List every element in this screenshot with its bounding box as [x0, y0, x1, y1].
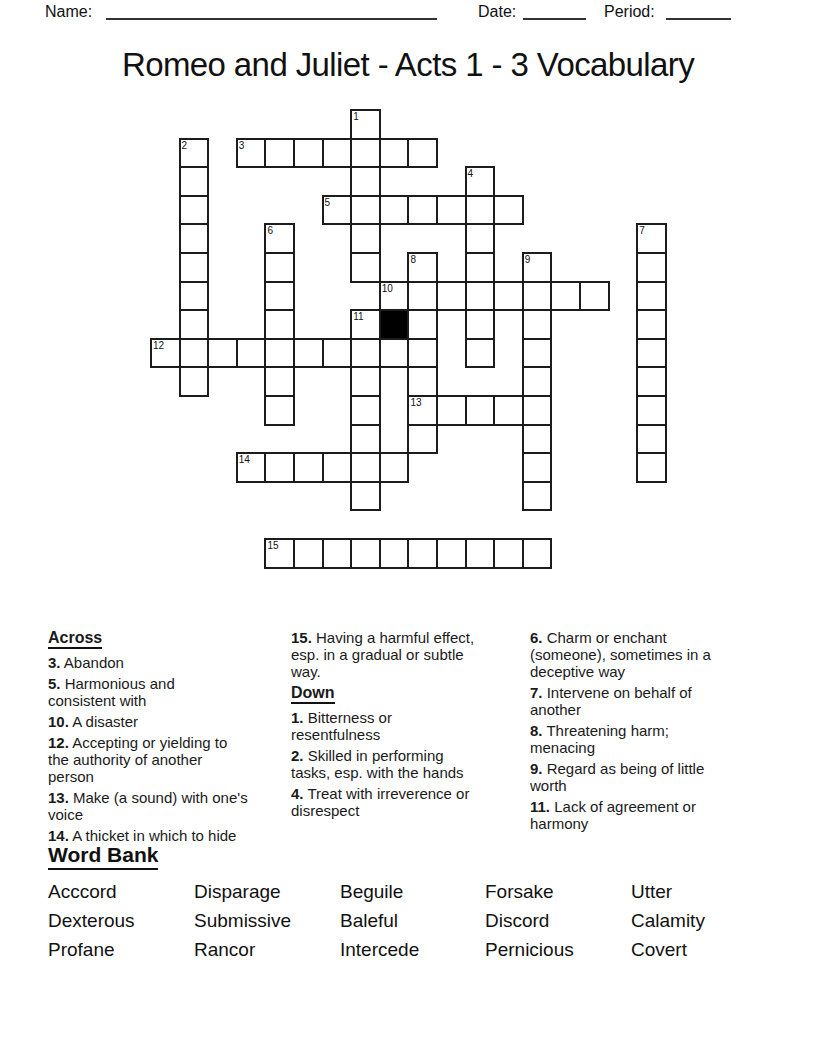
grid-cell[interactable]: [179, 366, 210, 397]
clue-item-text: Harmonious and consistent with: [48, 675, 175, 709]
grid-cell[interactable]: [522, 452, 553, 483]
clue-item-number: 15.: [291, 629, 312, 646]
word-bank-heading: Word Bank: [48, 843, 158, 870]
grid-cell[interactable]: [407, 138, 438, 169]
grid-cell[interactable]: [407, 538, 438, 569]
clue-item-number: 10.: [48, 713, 69, 730]
grid-cell[interactable]: [636, 452, 667, 483]
clue-number: 13: [410, 398, 421, 408]
grid-cell[interactable]: [350, 481, 381, 512]
clue-item: 10. A disaster: [48, 713, 280, 730]
clue-column-3: 6. Charm or enchant (someone), sometimes…: [530, 629, 762, 836]
grid-cell[interactable]: [350, 138, 381, 169]
grid-cell[interactable]: [522, 395, 553, 426]
grid-cell[interactable]: [407, 366, 438, 397]
clue-column-2: 15. Having a harmful effect, esp. in a g…: [291, 629, 523, 823]
clue-item: 8. Threatening harm; menacing: [530, 722, 762, 756]
clue-number: 15: [267, 541, 278, 551]
word-bank-word: Pernicious: [485, 935, 631, 964]
grid-cell[interactable]: [350, 366, 381, 397]
date-label: Date:: [478, 3, 516, 21]
grid-cell[interactable]: [493, 395, 524, 426]
word-bank-word: Rancor: [194, 935, 340, 964]
grid-cell[interactable]: [465, 395, 496, 426]
clue-number: 12: [153, 341, 164, 351]
grid-cell[interactable]: [379, 138, 410, 169]
period-label: Period:: [604, 3, 655, 21]
grid-cell[interactable]: [350, 395, 381, 426]
clue-item-number: 14.: [48, 827, 69, 844]
grid-cell[interactable]: [264, 452, 295, 483]
grid-cell[interactable]: [636, 338, 667, 369]
grid-cell[interactable]: [522, 309, 553, 340]
clue-item: 7. Intervene on behalf of another: [530, 684, 762, 718]
grid-cell[interactable]: [522, 366, 553, 397]
grid-cell[interactable]: [636, 281, 667, 312]
clue-item-number: 5.: [48, 675, 61, 692]
grid-cell[interactable]: [465, 338, 496, 369]
grid-cell[interactable]: [465, 281, 496, 312]
grid-cell[interactable]: [522, 424, 553, 455]
word-bank-word: Dexterous: [48, 906, 194, 935]
grid-cell[interactable]: [579, 281, 610, 312]
grid-cell[interactable]: [636, 395, 667, 426]
name-label: Name:: [45, 3, 92, 21]
clue-item-number: 4.: [291, 785, 304, 802]
grid-cell[interactable]: [350, 338, 381, 369]
word-bank-word: Submissive: [194, 906, 340, 935]
clue-item-number: 11.: [530, 798, 550, 815]
grid-cell[interactable]: [264, 395, 295, 426]
name-blank-line[interactable]: [106, 2, 437, 20]
grid-cell[interactable]: [264, 366, 295, 397]
clue-item-text: Accepting or yielding to the authority o…: [48, 734, 227, 785]
clue-item: 13. Make (a sound) with one's voice: [48, 789, 280, 823]
grid-cell[interactable]: [179, 338, 210, 369]
grid-cell[interactable]: [636, 424, 667, 455]
grid-cell[interactable]: [350, 452, 381, 483]
grid-cell[interactable]: [293, 338, 324, 369]
grid-cell[interactable]: [264, 281, 295, 312]
grid-cell[interactable]: [322, 452, 353, 483]
grid-cell[interactable]: [179, 195, 210, 226]
grid-cell[interactable]: [350, 166, 381, 197]
clue-item-number: 13.: [48, 789, 69, 806]
word-bank-word: Discord: [485, 906, 631, 935]
grid-cell[interactable]: [350, 538, 381, 569]
clue-item-text: Skilled in performing tasks, esp. with t…: [291, 747, 464, 781]
word-bank-word: Baleful: [340, 906, 485, 935]
grid-cell[interactable]: [322, 138, 353, 169]
clue-item-number: 3.: [48, 654, 61, 671]
grid-cell[interactable]: [322, 338, 353, 369]
worksheet-page: Name: Date: Period: Romeo and Juliet - A…: [0, 0, 816, 1056]
clue-item-text: Intervene on behalf of another: [530, 684, 692, 718]
grid-cell[interactable]: [350, 195, 381, 226]
clue-item: 5. Harmonious and consistent with: [48, 675, 280, 709]
clue-number: 11: [353, 312, 363, 322]
grid-cell[interactable]: [293, 452, 324, 483]
grid-cell[interactable]: [179, 223, 210, 254]
grid-cell[interactable]: [264, 252, 295, 283]
word-bank-word: Intercede: [340, 935, 485, 964]
grid-cell-black: [379, 309, 410, 340]
clue-item: 11. Lack of agreement or harmony: [530, 798, 762, 832]
grid-cell[interactable]: [350, 223, 381, 254]
grid-cell[interactable]: [293, 538, 324, 569]
grid-cell[interactable]: [436, 395, 467, 426]
grid-cell[interactable]: [407, 281, 438, 312]
grid-cell[interactable]: [493, 281, 524, 312]
clue-item: 3. Abandon: [48, 654, 280, 671]
word-bank-word: Profane: [48, 935, 194, 964]
grid-cell[interactable]: [379, 338, 410, 369]
grid-cell[interactable]: [636, 309, 667, 340]
grid-cell[interactable]: [465, 223, 496, 254]
word-bank-word: Calamity: [631, 906, 778, 935]
clue-item-text: Threatening harm; menacing: [530, 722, 669, 756]
clue-item-number: 7.: [530, 684, 543, 701]
grid-cell[interactable]: [407, 338, 438, 369]
page-title: Romeo and Juliet - Acts 1 - 3 Vocabulary: [0, 46, 816, 84]
grid-cell[interactable]: [493, 538, 524, 569]
clue-item-number: 6.: [530, 629, 543, 646]
grid-cell[interactable]: [465, 538, 496, 569]
grid-cell[interactable]: [465, 195, 496, 226]
clue-item: 1. Bitterness or resentfulness: [291, 709, 523, 743]
word-bank-word: Beguile: [340, 877, 485, 906]
grid-cell[interactable]: [179, 281, 210, 312]
grid-cell[interactable]: [550, 281, 581, 312]
grid-cell[interactable]: [465, 252, 496, 283]
clue-item-text: Charm or enchant (someone), sometimes in…: [530, 629, 711, 680]
grid-cell[interactable]: [179, 166, 210, 197]
clue-number: 8: [410, 255, 416, 265]
word-bank: Word Bank AcccordDisparageBeguileForsake…: [48, 843, 778, 964]
crossword-grid: 123456789101112131415: [151, 110, 668, 570]
clue-number: 6: [267, 226, 273, 236]
clue-number: 1: [353, 112, 359, 122]
grid-cell[interactable]: [493, 195, 524, 226]
clue-number: 14: [239, 455, 250, 465]
clue-item-number: 9.: [530, 760, 543, 777]
grid-cell[interactable]: [379, 538, 410, 569]
clue-column-1: Across3. Abandon5. Harmonious and consis…: [48, 629, 280, 848]
grid-cell[interactable]: [293, 138, 324, 169]
grid-cell[interactable]: [407, 195, 438, 226]
clue-item-text: A disaster: [69, 713, 138, 730]
grid-cell[interactable]: [179, 252, 210, 283]
grid-cell[interactable]: [264, 309, 295, 340]
period-blank-line[interactable]: [666, 2, 731, 20]
clue-number: 5: [325, 198, 331, 208]
grid-cell[interactable]: [264, 338, 295, 369]
clue-number: 9: [525, 255, 531, 265]
grid-cell[interactable]: [465, 309, 496, 340]
grid-cell[interactable]: [207, 338, 238, 369]
grid-cell[interactable]: [436, 195, 467, 226]
clue-number: 2: [182, 141, 188, 151]
grid-cell[interactable]: [236, 338, 267, 369]
grid-cell[interactable]: [379, 195, 410, 226]
clue-item-text: Regard as being of little worth: [530, 760, 704, 794]
word-bank-word: Forsake: [485, 877, 631, 906]
clue-item-number: 12.: [48, 734, 69, 751]
grid-cell[interactable]: [636, 252, 667, 283]
word-bank-grid: AcccordDisparageBeguileForsakeUtterDexte…: [48, 877, 778, 964]
grid-cell[interactable]: [264, 138, 295, 169]
clue-item-text: Lack of agreement or harmony: [530, 798, 696, 832]
clue-number: 3: [239, 141, 245, 151]
clue-item-number: 2.: [291, 747, 304, 764]
grid-cell[interactable]: [379, 452, 410, 483]
grid-cell[interactable]: [436, 538, 467, 569]
clue-item: 4. Treat with irreverence or disrespect: [291, 785, 523, 819]
grid-cell[interactable]: [436, 281, 467, 312]
clue-section-heading: Down: [291, 684, 335, 704]
grid-cell[interactable]: [407, 309, 438, 340]
word-bank-word: Covert: [631, 935, 778, 964]
grid-cell[interactable]: [350, 252, 381, 283]
clue-item-text: Make (a sound) with one's voice: [48, 789, 248, 823]
grid-cell[interactable]: [522, 281, 553, 312]
grid-cell[interactable]: [322, 538, 353, 569]
grid-cell[interactable]: [407, 424, 438, 455]
word-bank-word: Utter: [631, 877, 778, 906]
clue-item-text: Treat with irreverence or disrespect: [291, 785, 469, 819]
clue-section-heading: Across: [48, 629, 102, 649]
grid-cell[interactable]: [522, 538, 553, 569]
clue-item: 14. A thicket in which to hide: [48, 827, 280, 844]
clue-item: 6. Charm or enchant (someone), sometimes…: [530, 629, 762, 680]
clue-item: 12. Accepting or yielding to the authori…: [48, 734, 280, 785]
clue-item: 9. Regard as being of little worth: [530, 760, 762, 794]
clue-item-number: 1.: [291, 709, 304, 726]
word-bank-word: Acccord: [48, 877, 194, 906]
clue-number: 4: [468, 169, 474, 179]
clue-item-text: A thicket in which to hide: [69, 827, 237, 844]
clue-item: 2. Skilled in performing tasks, esp. wit…: [291, 747, 523, 781]
grid-cell[interactable]: [179, 309, 210, 340]
grid-cell[interactable]: [350, 424, 381, 455]
grid-cell[interactable]: [522, 481, 553, 512]
clue-item-text: Having a harmful effect, esp. in a gradu…: [291, 629, 474, 680]
clue-item-text: Abandon: [61, 654, 124, 671]
clue-number: 7: [639, 226, 645, 236]
word-bank-word: Disparage: [194, 877, 340, 906]
date-blank-line[interactable]: [523, 2, 586, 20]
grid-cell[interactable]: [522, 338, 553, 369]
clue-item-text: Bitterness or resentfulness: [291, 709, 392, 743]
clue-number: 10: [382, 284, 393, 294]
clue-item: 15. Having a harmful effect, esp. in a g…: [291, 629, 523, 680]
clue-item-number: 8.: [530, 722, 543, 739]
grid-cell[interactable]: [636, 366, 667, 397]
